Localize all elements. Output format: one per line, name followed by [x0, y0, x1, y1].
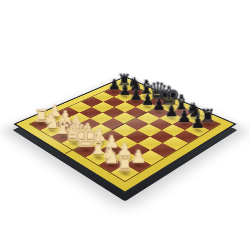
square-h7: ♟ — [185, 124, 209, 136]
photo-scene: ♜♞♝♛♚♝♞♜♟♟♟♟♟♟♟♟♟♟♟♟♟♟♟♟♜♞♝♛♚♝♞♜ — [0, 0, 250, 250]
square-f5 — [137, 124, 161, 136]
black-pawn: ♟ — [164, 104, 178, 120]
black-pawn: ♟ — [177, 109, 191, 125]
board-squares: ♜♞♝♛♚♝♞♜♟♟♟♟♟♟♟♟♟♟♟♟♟♟♟♟♜♞♝♛♚♝♞♜ — [30, 83, 220, 181]
square-c6 — [114, 102, 136, 113]
chess-board: ♜♞♝♛♚♝♞♜♟♟♟♟♟♟♟♟♟♟♟♟♟♟♟♟♜♞♝♛♚♝♞♜ — [13, 76, 236, 193]
product-photo: ♜♞♝♛♚♝♞♜♟♟♟♟♟♟♟♟♟♟♟♟♟♟♟♟♜♞♝♛♚♝♞♜ — [0, 0, 250, 250]
white-rook: ♜ — [115, 153, 134, 174]
board-surface: ♜♞♝♛♚♝♞♜♟♟♟♟♟♟♟♟♟♟♟♟♟♟♟♟♜♞♝♛♚♝♞♜ — [13, 76, 236, 193]
black-pawn: ♟ — [190, 115, 205, 131]
